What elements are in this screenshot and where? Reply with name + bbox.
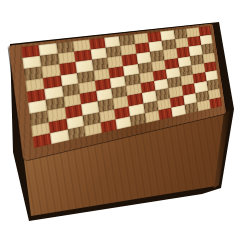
product-photo: [0, 0, 250, 250]
